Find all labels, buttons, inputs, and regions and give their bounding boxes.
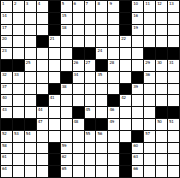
grid-cell[interactable] [156,95,167,106]
grid-cell[interactable] [132,107,143,118]
grid-cell[interactable]: 5 [61,1,72,12]
grid-cell[interactable]: 56 [96,131,107,142]
clue-number: 56 [97,131,102,136]
grid-cell[interactable]: 51 [168,119,179,130]
grid-cell[interactable]: 35 [96,72,107,83]
clue-number: 33 [14,72,19,77]
black-cell [96,60,107,71]
grid-cell[interactable]: 2 [13,1,24,12]
grid-cell[interactable]: 30 [156,60,167,71]
clue-number: 63 [133,154,138,159]
clue-number: 50 [157,119,162,124]
clue-number: 20 [2,36,7,41]
grid-cell[interactable] [156,13,167,24]
grid-cell[interactable] [37,48,48,59]
grid-cell[interactable] [49,72,60,83]
clue-number: 23 [2,48,7,53]
clue-number: 53 [14,131,19,136]
grid-cell[interactable]: 26 [73,60,84,71]
black-cell [1,60,12,71]
grid-cell[interactable] [49,60,60,71]
black-cell [144,48,155,59]
grid-cell[interactable] [61,60,72,71]
grid-cell[interactable] [144,84,155,95]
grid-cell[interactable]: 55 [85,131,96,142]
grid-cell[interactable] [73,36,84,47]
clue-number: 38 [62,84,67,89]
grid-cell[interactable] [108,143,119,154]
clue-number: 42 [121,95,126,100]
clue-number: 54 [26,131,31,136]
grid-cell[interactable]: 7 [85,1,96,12]
clue-number: 35 [97,72,102,77]
grid-cell[interactable]: 23 [1,48,12,59]
black-cell [49,13,60,24]
clue-number: 40 [2,95,7,100]
clue-number: 19 [133,25,138,30]
clue-number: 5 [62,1,64,6]
grid-cell[interactable] [120,48,131,59]
black-cell [120,25,131,36]
clue-number: 37 [2,84,7,89]
grid-cell[interactable] [25,72,36,83]
grid-cell[interactable]: 42 [120,95,131,106]
black-cell [120,13,131,24]
black-cell [120,84,131,95]
grid-cell[interactable] [85,154,96,165]
clue-number: 9 [109,1,111,6]
grid-cell[interactable]: 10 [132,1,143,12]
black-cell [13,119,24,130]
grid-cell[interactable] [168,72,179,83]
clue-number: 59 [62,143,67,148]
grid-cell[interactable] [85,13,96,24]
black-cell [49,154,60,165]
clue-number: 8 [97,1,99,6]
clue-number: 48 [74,119,79,124]
grid-cell[interactable]: 38 [61,84,72,95]
grid-cell[interactable] [132,119,143,130]
grid-cell[interactable] [85,72,96,83]
grid-cell[interactable]: 44 [37,107,48,118]
grid-cell[interactable] [61,36,72,47]
grid-cell[interactable] [156,143,167,154]
clue-number: 43 [2,107,7,112]
grid-cell[interactable] [37,72,48,83]
grid-cell[interactable] [61,119,72,130]
grid-cell[interactable] [61,107,72,118]
grid-cell[interactable] [37,60,48,71]
grid-cell[interactable]: 65 [61,166,72,177]
grid-cell[interactable]: 18 [61,25,72,36]
grid-cell[interactable]: 8 [96,1,107,12]
grid-cell[interactable]: 11 [144,1,155,12]
grid-cell[interactable] [13,13,24,24]
clue-number: 29 [145,60,150,65]
grid-cell[interactable]: 50 [156,119,167,130]
grid-cell[interactable] [13,25,24,36]
grid-cell[interactable]: 36 [144,72,155,83]
grid-cell[interactable] [37,154,48,165]
grid-cell[interactable] [73,13,84,24]
grid-cell[interactable] [144,166,155,177]
grid-cell[interactable]: 52 [1,131,12,142]
grid-cell[interactable] [96,154,107,165]
black-cell [25,119,36,130]
grid-cell[interactable] [49,107,60,118]
grid-cell[interactable] [168,166,179,177]
black-cell [61,72,72,83]
clue-number: 49 [109,119,114,124]
grid-cell[interactable] [168,154,179,165]
grid-cell[interactable] [13,143,24,154]
grid-cell[interactable] [13,84,24,95]
grid-cell[interactable] [61,131,72,142]
grid-cell[interactable] [168,36,179,47]
grid-cell[interactable] [25,107,36,118]
black-cell [120,166,131,177]
grid-cell[interactable] [120,107,131,118]
grid-cell[interactable] [144,119,155,130]
grid-cell[interactable] [108,25,119,36]
grid-cell[interactable] [108,36,119,47]
grid-cell[interactable] [168,84,179,95]
clue-number: 47 [38,119,43,124]
clue-number: 62 [62,154,67,159]
black-cell [49,143,60,154]
grid-cell[interactable] [25,143,36,154]
clue-number: 18 [62,25,67,30]
black-cell [108,95,119,106]
grid-cell[interactable] [73,143,84,154]
grid-cell[interactable]: 59 [61,143,72,154]
clue-number: 25 [26,60,31,65]
grid-cell[interactable] [156,25,167,36]
clue-number: 24 [97,48,102,53]
black-cell [132,131,143,142]
clue-number: 16 [133,13,138,18]
grid-cell[interactable] [156,154,167,165]
black-cell [49,84,60,95]
grid-cell[interactable] [96,84,107,95]
grid-cell[interactable]: 63 [132,154,143,165]
grid-cell[interactable] [85,166,96,177]
grid-cell[interactable] [120,72,131,83]
grid-cell[interactable] [25,36,36,47]
grid-cell[interactable] [73,166,84,177]
grid-cell[interactable] [25,84,36,95]
grid-cell[interactable]: 32 [1,72,12,83]
grid-cell[interactable]: 16 [132,13,143,24]
black-cell [120,154,131,165]
grid-cell[interactable]: 62 [61,154,72,165]
grid-cell[interactable] [144,95,155,106]
grid-cell[interactable] [96,13,107,24]
grid-cell[interactable]: 40 [1,95,12,106]
grid-cell[interactable]: 46 [108,107,119,118]
grid-cell[interactable]: 48 [73,119,84,130]
grid-cell[interactable] [96,95,107,106]
grid-cell[interactable] [37,131,48,142]
grid-cell[interactable] [25,166,36,177]
black-cell [120,1,131,12]
grid-cell[interactable]: 17 [1,25,12,36]
grid-cell[interactable] [73,154,84,165]
crossword-grid: 1234567891011121314151617181920212223242… [0,0,180,178]
clue-number: 34 [74,72,79,77]
grid-cell[interactable]: 66 [132,166,143,177]
clue-number: 13 [169,1,174,6]
clue-number: 17 [2,25,7,30]
clue-number: 14 [2,13,7,18]
grid-cell[interactable]: 29 [144,60,155,71]
grid-cell[interactable] [85,25,96,36]
clue-number: 31 [169,60,174,65]
grid-cell[interactable]: 47 [37,119,48,130]
grid-cell[interactable] [25,48,36,59]
grid-cell[interactable] [25,13,36,24]
grid-cell[interactable]: 4 [37,1,48,12]
grid-cell[interactable] [156,131,167,142]
grid-cell[interactable] [144,13,155,24]
grid-cell[interactable]: 33 [13,72,24,83]
clue-number: 57 [145,131,150,136]
black-cell [49,166,60,177]
clue-number: 51 [169,119,174,124]
clue-number: 46 [109,107,114,112]
clue-number: 21 [50,36,55,41]
grid-cell[interactable]: 6 [73,1,84,12]
grid-cell[interactable]: 64 [1,166,12,177]
grid-cell[interactable]: 58 [1,143,12,154]
black-cell [85,48,96,59]
grid-cell[interactable]: 61 [1,154,12,165]
grid-cell[interactable] [108,72,119,83]
black-cell [49,25,60,36]
clue-number: 30 [157,60,162,65]
clue-number: 26 [74,60,79,65]
grid-cell[interactable] [85,143,96,154]
clue-number: 10 [133,1,138,6]
grid-cell[interactable] [96,143,107,154]
clue-number: 55 [86,131,91,136]
grid-cell[interactable] [156,84,167,95]
black-cell [156,48,167,59]
grid-cell[interactable] [108,84,119,95]
grid-cell[interactable]: 39 [132,84,143,95]
grid-cell[interactable]: 34 [73,72,84,83]
grid-cell[interactable] [13,36,24,47]
grid-cell[interactable] [144,25,155,36]
grid-cell[interactable] [120,60,131,71]
grid-cell[interactable] [73,131,84,142]
grid-cell[interactable] [49,119,60,130]
grid-cell[interactable] [37,166,48,177]
grid-cell[interactable]: 20 [1,36,12,47]
grid-cell[interactable] [85,36,96,47]
grid-cell[interactable]: 13 [168,1,179,12]
clue-number: 7 [86,1,88,6]
black-cell [73,48,84,59]
grid-cell[interactable] [108,166,119,177]
grid-cell[interactable] [61,48,72,59]
clue-number: 3 [26,1,28,6]
clue-number: 58 [2,143,7,148]
grid-cell[interactable] [144,107,155,118]
clue-number: 32 [2,72,7,77]
grid-cell[interactable] [168,13,179,24]
grid-cell[interactable] [25,154,36,165]
grid-cell[interactable] [156,36,167,47]
grid-cell[interactable] [13,95,24,106]
grid-cell[interactable] [37,143,48,154]
grid-cell[interactable]: 19 [132,25,143,36]
grid-cell[interactable] [37,13,48,24]
black-cell [37,36,48,47]
grid-cell[interactable]: 43 [1,107,12,118]
grid-cell[interactable] [156,166,167,177]
clue-number: 45 [86,107,91,112]
grid-cell[interactable] [96,166,107,177]
clue-number: 52 [2,131,7,136]
grid-cell[interactable] [85,84,96,95]
grid-cell[interactable] [13,154,24,165]
grid-cell[interactable]: 24 [96,48,107,59]
clue-number: 28 [109,60,114,65]
clue-number: 41 [50,95,55,100]
grid-cell[interactable]: 27 [85,60,96,71]
black-cell [156,107,167,118]
grid-cell[interactable] [96,25,107,36]
grid-cell[interactable] [144,36,155,47]
grid-cell[interactable]: 31 [168,60,179,71]
grid-cell[interactable]: 37 [1,84,12,95]
grid-cell[interactable] [132,48,143,59]
grid-cell[interactable]: 45 [85,107,96,118]
grid-cell[interactable] [132,60,143,71]
black-cell [168,48,179,59]
black-cell [37,95,48,106]
grid-cell[interactable]: 54 [25,131,36,142]
clue-number: 22 [121,36,126,41]
clue-number: 12 [157,1,162,6]
grid-cell[interactable] [49,131,60,142]
clue-number: 65 [62,166,67,171]
grid-cell[interactable] [108,13,119,24]
black-cell [85,119,96,130]
black-cell [1,119,12,130]
black-cell [13,60,24,71]
grid-cell[interactable]: 21 [49,36,60,47]
black-cell [49,1,60,12]
grid-cell[interactable] [108,154,119,165]
black-cell [96,119,107,130]
clue-number: 61 [2,154,7,159]
clue-number: 64 [2,166,7,171]
clue-number: 15 [62,13,67,18]
grid-cell[interactable] [156,72,167,83]
black-cell [120,143,131,154]
grid-cell[interactable] [73,25,84,36]
grid-cell[interactable] [13,107,24,118]
grid-cell[interactable] [108,131,119,142]
clue-number: 1 [2,1,4,6]
grid-cell[interactable] [49,48,60,59]
grid-cell[interactable] [168,131,179,142]
clue-number: 44 [38,107,43,112]
grid-cell[interactable] [132,95,143,106]
clue-number: 66 [133,166,138,171]
grid-cell[interactable] [13,48,24,59]
grid-cell[interactable] [132,36,143,47]
grid-cell[interactable] [96,36,107,47]
grid-cell[interactable] [168,95,179,106]
grid-cell[interactable] [144,154,155,165]
grid-cell[interactable] [37,84,48,95]
grid-cell[interactable]: 28 [108,60,119,71]
grid-cell[interactable] [73,95,84,106]
clue-number: 39 [133,84,138,89]
grid-cell[interactable] [96,107,107,118]
grid-cell[interactable]: 49 [108,119,119,130]
grid-cell[interactable]: 57 [144,131,155,142]
grid-cell[interactable] [120,131,131,142]
grid-cell[interactable]: 53 [13,131,24,142]
grid-cell[interactable] [73,84,84,95]
black-cell [132,72,143,83]
black-cell [168,107,179,118]
grid-cell[interactable]: 60 [132,143,143,154]
grid-cell[interactable]: 3 [25,1,36,12]
black-cell [73,107,84,118]
grid-cell[interactable]: 25 [25,60,36,71]
grid-cell[interactable]: 14 [1,13,12,24]
grid-cell[interactable] [61,95,72,106]
grid-cell[interactable] [144,143,155,154]
clue-number: 2 [14,1,16,6]
grid-cell[interactable] [168,25,179,36]
clue-number: 27 [86,60,91,65]
grid-cell[interactable] [37,25,48,36]
grid-cell[interactable]: 15 [61,13,72,24]
grid-cell[interactable] [85,95,96,106]
grid-cell[interactable]: 12 [156,1,167,12]
grid-cell[interactable] [120,119,131,130]
grid-cell[interactable]: 1 [1,1,12,12]
grid-cell[interactable] [25,95,36,106]
grid-cell[interactable] [168,143,179,154]
clue-number: 36 [145,72,150,77]
grid-cell[interactable] [13,166,24,177]
grid-cell[interactable]: 9 [108,1,119,12]
grid-cell[interactable] [108,48,119,59]
clue-number: 6 [74,1,76,6]
grid-cell[interactable] [25,25,36,36]
clue-number: 60 [133,143,138,148]
grid-cell[interactable]: 41 [49,95,60,106]
clue-number: 4 [38,1,40,6]
clue-number: 11 [145,1,150,6]
grid-cell[interactable]: 22 [120,36,131,47]
